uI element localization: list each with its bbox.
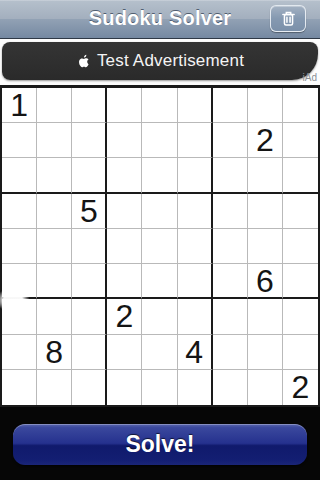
cell-r8c8[interactable]: 2 [283,370,318,405]
cell-r3c1[interactable] [37,194,72,229]
cell-r2c8[interactable] [283,158,318,193]
cell-r2c4[interactable] [142,158,177,193]
cell-r7c6[interactable] [213,335,248,370]
cell-r0c3[interactable] [107,88,142,123]
cell-r0c7[interactable] [248,88,283,123]
cell-r6c2[interactable] [72,299,107,334]
cell-r3c3[interactable] [107,194,142,229]
cell-r0c1[interactable] [37,88,72,123]
apple-logo-icon [76,53,91,70]
cell-r5c3[interactable] [107,264,142,299]
cell-r4c2[interactable] [72,229,107,264]
cell-r6c8[interactable] [283,299,318,334]
cell-r7c7[interactable] [248,335,283,370]
cell-r4c8[interactable] [283,229,318,264]
cell-r7c0[interactable] [2,335,37,370]
solve-button[interactable]: Solve! [13,424,307,465]
cell-r1c5[interactable] [178,123,213,158]
trash-icon [281,10,296,27]
cell-r0c2[interactable] [72,88,107,123]
cell-r6c4[interactable] [142,299,177,334]
app-screen: Sudoku Solver Test Advertisement [0,0,320,480]
cell-r4c5[interactable] [178,229,213,264]
sudoku-grid: 12562842 [0,85,320,407]
cell-r3c5[interactable] [178,194,213,229]
cell-r2c0[interactable] [2,158,37,193]
cell-r2c7[interactable] [248,158,283,193]
cell-r1c3[interactable] [107,123,142,158]
cell-r4c3[interactable] [107,229,142,264]
cell-r7c1[interactable]: 8 [37,335,72,370]
cell-r0c0[interactable]: 1 [2,88,37,123]
cell-r3c2[interactable]: 5 [72,194,107,229]
cell-r1c6[interactable] [213,123,248,158]
clear-board-button[interactable] [270,5,306,32]
ad-banner-text: Test Advertisement [97,51,244,71]
iad-brand-badge: iAd [303,72,317,83]
cell-r4c6[interactable] [213,229,248,264]
cell-r8c6[interactable] [213,370,248,405]
cell-r6c5[interactable] [178,299,213,334]
cell-r5c7[interactable]: 6 [248,264,283,299]
cell-r0c4[interactable] [142,88,177,123]
cell-r1c7[interactable]: 2 [248,123,283,158]
cell-r0c5[interactable] [178,88,213,123]
cell-r5c1[interactable] [37,264,72,299]
ad-banner[interactable]: Test Advertisement [2,42,318,80]
cell-r6c7[interactable] [248,299,283,334]
cell-r8c1[interactable] [37,370,72,405]
cell-r3c4[interactable] [142,194,177,229]
cell-r7c8[interactable] [283,335,318,370]
cell-r4c1[interactable] [37,229,72,264]
cell-r1c2[interactable] [72,123,107,158]
cell-r5c8[interactable] [283,264,318,299]
cell-r6c3[interactable]: 2 [107,299,142,334]
cell-r8c4[interactable] [142,370,177,405]
cell-r2c1[interactable] [37,158,72,193]
cell-r4c4[interactable] [142,229,177,264]
cell-r2c5[interactable] [178,158,213,193]
cell-r6c6[interactable] [213,299,248,334]
cell-r4c7[interactable] [248,229,283,264]
cell-r1c4[interactable] [142,123,177,158]
navigation-bar: Sudoku Solver [0,0,320,39]
cell-r5c2[interactable] [72,264,107,299]
cell-r8c7[interactable] [248,370,283,405]
cell-r8c0[interactable] [2,370,37,405]
cell-r0c8[interactable] [283,88,318,123]
cell-r1c8[interactable] [283,123,318,158]
cell-r5c4[interactable] [142,264,177,299]
ad-banner-content: Test Advertisement [76,51,244,71]
cell-r5c6[interactable] [213,264,248,299]
cell-r6c1[interactable] [37,299,72,334]
cell-r7c3[interactable] [107,335,142,370]
cell-r8c3[interactable] [107,370,142,405]
cell-r8c5[interactable] [178,370,213,405]
cell-r5c0[interactable] [2,264,37,299]
cell-r0c6[interactable] [213,88,248,123]
cell-r2c6[interactable] [213,158,248,193]
cell-r3c7[interactable] [248,194,283,229]
cell-r3c6[interactable] [213,194,248,229]
cell-r1c0[interactable] [2,123,37,158]
cell-r7c2[interactable] [72,335,107,370]
cell-r6c0[interactable] [2,299,37,334]
cell-r2c2[interactable] [72,158,107,193]
cell-r7c5[interactable]: 4 [178,335,213,370]
cell-r3c0[interactable] [2,194,37,229]
cell-r4c0[interactable] [2,229,37,264]
cell-r8c2[interactable] [72,370,107,405]
cell-r2c3[interactable] [107,158,142,193]
cell-r3c8[interactable] [283,194,318,229]
cell-r5c5[interactable] [178,264,213,299]
cell-r1c1[interactable] [37,123,72,158]
cell-r7c4[interactable] [142,335,177,370]
